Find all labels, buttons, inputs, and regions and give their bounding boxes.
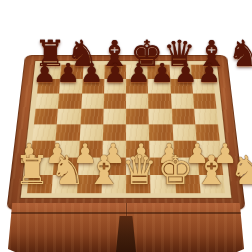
square-e5[interactable] (126, 109, 149, 125)
piece-cell[interactable]: ♝ (193, 150, 229, 190)
square-b5[interactable] (57, 109, 81, 125)
black-pawn-c7[interactable]: ♟ (80, 60, 103, 86)
square-f5[interactable] (149, 109, 172, 125)
piece-cell[interactable]: ♟ (57, 60, 81, 86)
white-bishop-c1[interactable]: ♝ (86, 150, 122, 190)
square-a6[interactable] (36, 94, 60, 109)
black-pawn-f7[interactable]: ♟ (151, 60, 174, 86)
piece-cell[interactable]: ♟ (151, 60, 175, 86)
black-pawn-b7[interactable]: ♟ (57, 60, 80, 86)
piece-cell[interactable]: ♟ (198, 60, 222, 86)
piece-cell[interactable]: ♟ (33, 60, 57, 86)
black-pawn-e7[interactable]: ♟ (127, 60, 150, 86)
square-e6[interactable] (126, 94, 149, 109)
square-g6[interactable] (170, 94, 193, 109)
square-c5[interactable] (80, 109, 103, 125)
piece-cell[interactable]: ♝ (86, 150, 122, 190)
piece-rank-1: ♜♞♝♛♚♝♞♜ (14, 150, 239, 190)
piece-cell[interactable]: ♟ (174, 60, 198, 86)
white-bishop-f1[interactable]: ♝ (193, 150, 229, 190)
piece-cell[interactable]: ♞ (229, 150, 252, 190)
black-pawn-h7[interactable]: ♟ (198, 60, 221, 86)
drawer-notch-handle (116, 216, 136, 252)
black-knight-g8[interactable]: ♞ (228, 36, 252, 72)
piece-cell[interactable]: ♞ (50, 150, 86, 190)
white-queen-d1[interactable]: ♛ (122, 150, 158, 190)
piece-rank-7: ♟♟♟♟♟♟♟♟ (33, 60, 221, 86)
square-d6[interactable] (103, 94, 126, 109)
square-c6[interactable] (81, 94, 104, 109)
square-d5[interactable] (103, 109, 126, 125)
square-g5[interactable] (171, 109, 195, 125)
white-king-e1[interactable]: ♚ (157, 150, 193, 190)
square-b6[interactable] (58, 94, 81, 109)
box-front-face (8, 203, 244, 252)
piece-cell[interactable]: ♛ (122, 150, 158, 190)
white-knight-g1[interactable]: ♞ (229, 150, 252, 190)
center-seam (126, 203, 127, 216)
square-h6[interactable] (193, 94, 217, 109)
piece-cell[interactable]: ♚ (157, 150, 193, 190)
black-pawn-g7[interactable]: ♟ (174, 60, 197, 86)
piece-cell[interactable]: ♜ (14, 150, 50, 190)
white-rook-a1[interactable]: ♜ (14, 150, 50, 190)
piece-cell[interactable]: ♞ (228, 36, 252, 72)
square-h5[interactable] (194, 109, 218, 125)
black-pawn-a7[interactable]: ♟ (33, 60, 56, 86)
piece-cell[interactable]: ♟ (104, 60, 128, 86)
white-knight-b1[interactable]: ♞ (50, 150, 86, 190)
square-f6[interactable] (148, 94, 171, 109)
square-a5[interactable] (34, 109, 58, 125)
black-pawn-d7[interactable]: ♟ (104, 60, 127, 86)
chess-set-photo: ♜♞♝♚♛♝♞♜♟♟♟♟♟♟♟♟♟♟♟♟♟♟♟♟♜♞♝♛♚♝♞♜ (0, 0, 252, 252)
piece-cell[interactable]: ♟ (80, 60, 104, 86)
piece-cell[interactable]: ♟ (127, 60, 151, 86)
